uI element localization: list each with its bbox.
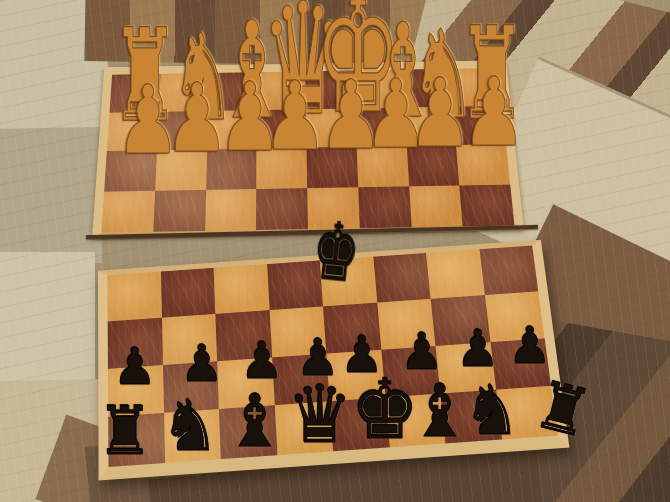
square-rank5-file8[interactable] bbox=[479, 246, 538, 295]
floor-plank bbox=[0, 127, 102, 265]
square-rank5-file3[interactable] bbox=[214, 264, 270, 314]
square-rank4-file3[interactable] bbox=[205, 189, 257, 231]
square-rank5-file7[interactable] bbox=[426, 249, 484, 298]
square-rank4-file4[interactable] bbox=[256, 188, 308, 230]
black-bishop[interactable]: ♝ bbox=[225, 385, 286, 458]
black-pawn[interactable]: ♟ bbox=[113, 341, 156, 392]
black-pawn[interactable]: ♟ bbox=[508, 320, 551, 371]
black-king-spare-on-fold[interactable]: ♚ bbox=[309, 210, 364, 294]
square-rank5-file6[interactable] bbox=[373, 253, 431, 302]
black-pawn[interactable]: ♟ bbox=[180, 338, 223, 389]
square-rank4-file6[interactable] bbox=[358, 186, 411, 228]
square-rank4-file8[interactable] bbox=[459, 184, 514, 226]
square-rank5-file1[interactable] bbox=[107, 272, 161, 322]
square-rank4-file7[interactable] bbox=[409, 185, 463, 227]
floor-plank bbox=[0, 252, 95, 390]
black-pawn[interactable]: ♟ bbox=[456, 323, 499, 374]
black-rook[interactable]: ♜ bbox=[97, 397, 153, 464]
black-bishop[interactable]: ♝ bbox=[410, 375, 471, 448]
square-rank5-file2[interactable] bbox=[160, 268, 215, 318]
black-knight[interactable]: ♞ bbox=[161, 391, 219, 461]
black-queen[interactable]: ♛ bbox=[287, 374, 353, 454]
square-rank4-file2[interactable] bbox=[153, 189, 206, 231]
white-pawn[interactable]: ♟ bbox=[462, 65, 527, 160]
black-knight[interactable]: ♞ bbox=[464, 376, 521, 445]
photo-scene: ♜♞♝♛♚♝♞♜♟♟♟♟♟♟♟♟♟♟♟♟♟♟♟♟♜♞♝♛♚♝♞♜♚ bbox=[0, 0, 670, 502]
white-pawn[interactable]: ♟ bbox=[263, 69, 328, 164]
square-rank4-file1[interactable] bbox=[101, 190, 155, 232]
